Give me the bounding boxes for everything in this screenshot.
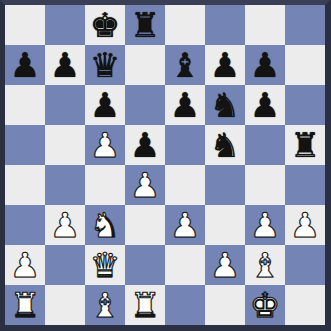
white-rook-piece[interactable]: ♜ [130,285,160,325]
board-frame: ♚♜♟♟♛♝♟♟♟♟♞♟♟♟♞♜♟♟♞♟♟♟♟♛♟♝♜♝♜♚ [0,0,330,330]
square-b6[interactable] [45,85,85,125]
black-pawn-piece[interactable]: ♟ [170,85,200,125]
white-pawn-piece[interactable]: ♟ [170,205,200,245]
square-f5[interactable]: ♞ [205,125,245,165]
square-f3[interactable] [205,205,245,245]
square-g4[interactable] [245,165,285,205]
square-c2[interactable]: ♛ [85,245,125,285]
black-king-piece[interactable]: ♚ [90,5,120,45]
white-pawn-piece[interactable]: ♟ [10,245,40,285]
white-pawn-piece[interactable]: ♟ [50,205,80,245]
square-d1[interactable]: ♜ [125,285,165,325]
square-a4[interactable] [5,165,45,205]
black-rook-piece[interactable]: ♜ [130,5,160,45]
white-pawn-piece[interactable]: ♟ [90,125,120,165]
square-e4[interactable] [165,165,205,205]
square-g8[interactable] [245,5,285,45]
white-pawn-piece[interactable]: ♟ [130,165,160,205]
square-c4[interactable] [85,165,125,205]
square-e8[interactable] [165,5,205,45]
square-b5[interactable] [45,125,85,165]
black-rook-piece[interactable]: ♜ [290,125,320,165]
square-b7[interactable]: ♟ [45,45,85,85]
white-rook-piece[interactable]: ♜ [10,285,40,325]
square-c8[interactable]: ♚ [85,5,125,45]
square-g2[interactable]: ♝ [245,245,285,285]
black-bishop-piece[interactable]: ♝ [170,45,200,85]
black-pawn-piece[interactable]: ♟ [10,45,40,85]
square-f7[interactable]: ♟ [205,45,245,85]
white-queen-piece[interactable]: ♛ [90,245,120,285]
square-f1[interactable] [205,285,245,325]
white-bishop-piece[interactable]: ♝ [90,285,120,325]
square-a7[interactable]: ♟ [5,45,45,85]
white-king-piece[interactable]: ♚ [250,285,280,325]
white-pawn-piece[interactable]: ♟ [210,245,240,285]
black-pawn-piece[interactable]: ♟ [210,45,240,85]
square-h8[interactable] [285,5,325,45]
square-c1[interactable]: ♝ [85,285,125,325]
square-f2[interactable]: ♟ [205,245,245,285]
white-pawn-piece[interactable]: ♟ [250,205,280,245]
square-d3[interactable] [125,205,165,245]
square-b8[interactable] [45,5,85,45]
square-g7[interactable]: ♟ [245,45,285,85]
black-pawn-piece[interactable]: ♟ [250,45,280,85]
square-h5[interactable]: ♜ [285,125,325,165]
square-b4[interactable] [45,165,85,205]
black-knight-piece[interactable]: ♞ [210,125,240,165]
square-g3[interactable]: ♟ [245,205,285,245]
square-d5[interactable]: ♟ [125,125,165,165]
square-g5[interactable] [245,125,285,165]
white-knight-piece[interactable]: ♞ [90,205,120,245]
square-c5[interactable]: ♟ [85,125,125,165]
black-pawn-piece[interactable]: ♟ [50,45,80,85]
square-e3[interactable]: ♟ [165,205,205,245]
square-g1[interactable]: ♚ [245,285,285,325]
square-e1[interactable] [165,285,205,325]
square-d2[interactable] [125,245,165,285]
square-b1[interactable] [45,285,85,325]
square-e5[interactable] [165,125,205,165]
square-h1[interactable] [285,285,325,325]
square-e7[interactable]: ♝ [165,45,205,85]
square-d6[interactable] [125,85,165,125]
square-d8[interactable]: ♜ [125,5,165,45]
square-a6[interactable] [5,85,45,125]
chess-board: ♚♜♟♟♛♝♟♟♟♟♞♟♟♟♞♜♟♟♞♟♟♟♟♛♟♝♜♝♜♚ [5,5,325,325]
square-c6[interactable]: ♟ [85,85,125,125]
black-pawn-piece[interactable]: ♟ [250,85,280,125]
square-h7[interactable] [285,45,325,85]
square-f6[interactable]: ♞ [205,85,245,125]
square-a1[interactable]: ♜ [5,285,45,325]
square-c7[interactable]: ♛ [85,45,125,85]
square-a3[interactable] [5,205,45,245]
square-a8[interactable] [5,5,45,45]
square-e6[interactable]: ♟ [165,85,205,125]
square-h3[interactable]: ♟ [285,205,325,245]
square-c3[interactable]: ♞ [85,205,125,245]
black-pawn-piece[interactable]: ♟ [130,125,160,165]
square-g6[interactable]: ♟ [245,85,285,125]
square-d7[interactable] [125,45,165,85]
square-a5[interactable] [5,125,45,165]
white-pawn-piece[interactable]: ♟ [290,205,320,245]
black-pawn-piece[interactable]: ♟ [90,85,120,125]
square-f4[interactable] [205,165,245,205]
black-queen-piece[interactable]: ♛ [90,45,120,85]
square-h6[interactable] [285,85,325,125]
square-e2[interactable] [165,245,205,285]
square-b3[interactable]: ♟ [45,205,85,245]
white-bishop-piece[interactable]: ♝ [250,245,280,285]
square-a2[interactable]: ♟ [5,245,45,285]
square-h2[interactable] [285,245,325,285]
square-d4[interactable]: ♟ [125,165,165,205]
square-h4[interactable] [285,165,325,205]
square-b2[interactable] [45,245,85,285]
square-f8[interactable] [205,5,245,45]
black-knight-piece[interactable]: ♞ [210,85,240,125]
